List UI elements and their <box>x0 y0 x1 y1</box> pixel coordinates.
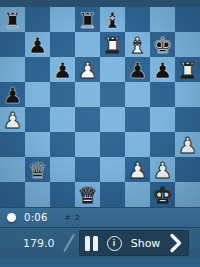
info-button[interactable]: i <box>107 236 122 251</box>
black-pawn: ♟ <box>53 58 73 83</box>
white-king: ♚ <box>153 183 173 208</box>
next-button[interactable] <box>169 233 182 253</box>
info-icon: i <box>107 236 122 251</box>
square-h6[interactable]: ♜ <box>175 57 200 82</box>
black-pawn: ♟ <box>128 58 148 83</box>
square-e6[interactable] <box>100 57 125 82</box>
black-rook: ♜ <box>3 8 23 33</box>
square-c8[interactable] <box>50 7 75 32</box>
square-h3[interactable]: ♟ <box>175 132 200 157</box>
square-a4[interactable]: ♟ <box>0 107 25 132</box>
pause-icon <box>93 236 98 251</box>
square-a8[interactable]: ♜ <box>0 7 25 32</box>
square-c7[interactable] <box>50 32 75 57</box>
square-f3[interactable] <box>125 132 150 157</box>
white-pawn: ♟ <box>128 158 148 183</box>
square-f2[interactable]: ♟ <box>125 157 150 182</box>
square-d1[interactable]: ♛ <box>75 182 100 207</box>
square-a5[interactable]: ♟ <box>0 82 25 107</box>
square-a3[interactable] <box>0 132 25 157</box>
square-e5[interactable] <box>100 82 125 107</box>
square-c1[interactable] <box>50 182 75 207</box>
square-g8[interactable] <box>150 7 175 32</box>
square-h1[interactable] <box>175 182 200 207</box>
square-h4[interactable] <box>175 107 200 132</box>
square-b6[interactable] <box>25 57 50 82</box>
square-d5[interactable] <box>75 82 100 107</box>
square-c3[interactable] <box>50 132 75 157</box>
square-e3[interactable] <box>100 132 125 157</box>
square-a2[interactable] <box>0 157 25 182</box>
square-f1[interactable] <box>125 182 150 207</box>
square-b7[interactable]: ♟ <box>25 32 50 57</box>
white-to-move-indicator-dot <box>7 213 16 222</box>
black-queen: ♛ <box>28 158 48 183</box>
white-rook: ♜ <box>103 33 123 58</box>
chevron-right-icon <box>169 233 182 253</box>
timer-value: 0:06 <box>24 212 48 223</box>
square-c2[interactable] <box>50 157 75 182</box>
square-a1[interactable] <box>0 182 25 207</box>
chess-app: ♜♜♝♟♜♝♚♟♟♟♟♜♟♟♟♛♟♟♛♚ 0:06 # 2 179.0 i Sh… <box>0 0 200 267</box>
square-e2[interactable] <box>100 157 125 182</box>
square-b1[interactable] <box>25 182 50 207</box>
white-pawn: ♟ <box>153 158 173 183</box>
slash-separator-icon <box>63 234 75 252</box>
white-pawn: ♟ <box>178 133 198 158</box>
controls-panel: i Show <box>79 230 189 256</box>
square-h8[interactable] <box>175 7 200 32</box>
square-d6[interactable]: ♟ <box>75 57 100 82</box>
square-f4[interactable] <box>125 107 150 132</box>
square-c6[interactable]: ♟ <box>50 57 75 82</box>
top-strip <box>0 0 200 7</box>
square-f5[interactable] <box>125 82 150 107</box>
pause-button[interactable] <box>85 236 98 251</box>
square-h7[interactable] <box>175 32 200 57</box>
square-g5[interactable] <box>150 82 175 107</box>
chess-board: ♜♜♝♟♜♝♚♟♟♟♟♜♟♟♟♛♟♟♛♚ <box>0 7 200 207</box>
square-b8[interactable] <box>25 7 50 32</box>
square-d7[interactable] <box>75 32 100 57</box>
square-a6[interactable] <box>0 57 25 82</box>
status-bar: 0:06 # 2 <box>0 207 200 227</box>
square-e8[interactable]: ♝ <box>100 7 125 32</box>
score-value: 179.0 <box>23 237 55 250</box>
white-bishop: ♝ <box>128 33 148 58</box>
show-button[interactable]: Show <box>131 237 161 250</box>
square-d8[interactable]: ♜ <box>75 7 100 32</box>
square-d2[interactable] <box>75 157 100 182</box>
black-pawn: ♟ <box>153 58 173 83</box>
black-pawn: ♟ <box>28 33 48 58</box>
square-g6[interactable]: ♟ <box>150 57 175 82</box>
square-g2[interactable]: ♟ <box>150 157 175 182</box>
square-e1[interactable] <box>100 182 125 207</box>
black-pawn: ♟ <box>3 83 23 108</box>
square-f8[interactable] <box>125 7 150 32</box>
white-rook: ♜ <box>178 58 198 83</box>
square-f6[interactable]: ♟ <box>125 57 150 82</box>
square-h2[interactable] <box>175 157 200 182</box>
square-a7[interactable] <box>0 32 25 57</box>
square-h5[interactable] <box>175 82 200 107</box>
black-rook: ♜ <box>78 8 98 33</box>
square-e7[interactable]: ♜ <box>100 32 125 57</box>
bottom-strip <box>0 258 200 267</box>
square-g4[interactable] <box>150 107 175 132</box>
square-c4[interactable] <box>50 107 75 132</box>
square-c5[interactable] <box>50 82 75 107</box>
square-f7[interactable]: ♝ <box>125 32 150 57</box>
square-b5[interactable] <box>25 82 50 107</box>
square-g3[interactable] <box>150 132 175 157</box>
control-bar: 179.0 i Show <box>0 227 200 258</box>
square-b4[interactable] <box>25 107 50 132</box>
square-b2[interactable]: ♛ <box>25 157 50 182</box>
square-g7[interactable]: ♚ <box>150 32 175 57</box>
mate-in-n-label: # 2 <box>65 214 81 222</box>
white-pawn: ♟ <box>3 108 23 133</box>
white-pawn: ♟ <box>78 58 98 83</box>
square-e4[interactable] <box>100 107 125 132</box>
square-g1[interactable]: ♚ <box>150 182 175 207</box>
black-king: ♚ <box>153 33 173 58</box>
black-bishop: ♝ <box>103 8 123 33</box>
square-d4[interactable] <box>75 107 100 132</box>
white-queen: ♛ <box>78 183 98 208</box>
square-d3[interactable] <box>75 132 100 157</box>
pause-icon <box>85 236 90 251</box>
square-b3[interactable] <box>25 132 50 157</box>
